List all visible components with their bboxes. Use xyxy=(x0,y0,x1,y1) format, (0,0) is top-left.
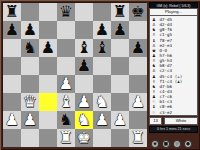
playing-status: Playing... xyxy=(149,8,198,16)
white-pawn: ♟ xyxy=(131,93,145,111)
white-knight: ♞ xyxy=(95,93,109,111)
square-f6[interactable]: ♝ xyxy=(93,39,111,57)
square-b2[interactable]: ♟ xyxy=(21,111,39,129)
stop-button[interactable]: ■ xyxy=(162,140,170,148)
black-rook: ♜ xyxy=(5,3,19,21)
square-e1[interactable]: ♚ xyxy=(75,129,93,147)
square-a1[interactable] xyxy=(3,129,21,147)
black-bishop: ♝ xyxy=(95,39,109,57)
white-rook: ♜ xyxy=(59,129,73,147)
square-a7[interactable]: ♟ xyxy=(3,21,21,39)
square-c8[interactable] xyxy=(39,3,57,21)
square-a5[interactable] xyxy=(3,57,21,75)
square-g3[interactable] xyxy=(111,93,129,111)
square-e5[interactable]: ♟ xyxy=(75,57,93,75)
square-h1[interactable]: ♜ xyxy=(129,129,147,147)
square-e2[interactable]: ♞ xyxy=(75,111,93,129)
chess-board[interactable]: ♜♛♜♚♟♟♟♟♞♟♝♝♟♟♟♛♝♟♞♟♟♟♞♞♟♟♜♚♜ xyxy=(2,2,146,146)
square-e6[interactable]: ♝ xyxy=(75,39,93,57)
white-pawn: ♟ xyxy=(59,75,73,93)
white-pawn: ♟ xyxy=(95,111,109,129)
square-b7[interactable]: ♟ xyxy=(21,21,39,39)
square-g1[interactable] xyxy=(111,129,129,147)
square-g8[interactable]: ♜ xyxy=(111,3,129,21)
square-a8[interactable]: ♜ xyxy=(3,3,21,21)
square-f4[interactable] xyxy=(93,75,111,93)
square-d5[interactable] xyxy=(57,57,75,75)
square-g7[interactable]: ♟ xyxy=(111,21,129,39)
move-list[interactable]: ♟ d7-d5♙ d2-d4♞ g8-f6♗ c1-g5♝ f8-e7♙ e2-… xyxy=(149,16,198,116)
square-c5[interactable] xyxy=(39,57,57,75)
square-c3[interactable] xyxy=(39,93,57,111)
square-f7[interactable]: ♟ xyxy=(93,21,111,39)
square-f2[interactable]: ♟ xyxy=(93,111,111,129)
square-d8[interactable]: ♛ xyxy=(57,3,75,21)
square-h6[interactable]: ♟ xyxy=(129,39,147,57)
square-b4[interactable] xyxy=(21,75,39,93)
side-to-move: White xyxy=(164,117,198,125)
black-queen: ♛ xyxy=(59,3,73,21)
square-e4[interactable] xyxy=(75,75,93,93)
square-h4[interactable] xyxy=(129,75,147,93)
square-h5[interactable] xyxy=(129,57,147,75)
black-pawn: ♟ xyxy=(77,57,91,75)
square-b5[interactable] xyxy=(21,57,39,75)
elapsed-time-bar: 0 hrs 1 mins 21 secs xyxy=(149,126,198,133)
square-c1[interactable] xyxy=(39,129,57,147)
chess-app-window: { "game": "chess", "position": "r2q2rk/p… xyxy=(0,0,200,150)
square-g5[interactable] xyxy=(111,57,129,75)
square-e8[interactable] xyxy=(75,3,93,21)
move-counter: 13 xyxy=(149,117,162,125)
square-f3[interactable]: ♞ xyxy=(93,93,111,111)
square-b1[interactable] xyxy=(21,129,39,147)
white-king: ♚ xyxy=(77,129,91,147)
square-g4[interactable] xyxy=(111,75,129,93)
square-a6[interactable] xyxy=(3,39,21,57)
black-pawn: ♟ xyxy=(5,21,19,39)
square-b8[interactable] xyxy=(21,3,39,21)
black-pawn: ♟ xyxy=(41,39,55,57)
square-d3[interactable]: ♝ xyxy=(57,93,75,111)
black-knight: ♞ xyxy=(23,39,37,57)
move-text: c3-e2 xyxy=(157,110,172,115)
square-h8[interactable]: ♚ xyxy=(129,3,147,21)
square-b6[interactable]: ♞ xyxy=(21,39,39,57)
square-c6[interactable]: ♟ xyxy=(39,39,57,57)
white-pawn: ♟ xyxy=(5,111,19,129)
square-f1[interactable] xyxy=(93,129,111,147)
square-h2[interactable] xyxy=(129,111,147,129)
white-pawn: ♟ xyxy=(77,93,91,111)
square-h3[interactable]: ♟ xyxy=(129,93,147,111)
transport-controls: ◉■◎● xyxy=(151,140,199,148)
white-pawn: ♟ xyxy=(113,111,127,129)
square-d4[interactable]: ♟ xyxy=(57,75,75,93)
square-g6[interactable] xyxy=(111,39,129,57)
square-d2[interactable]: ♞ xyxy=(57,111,75,129)
square-a2[interactable]: ♟ xyxy=(3,111,21,129)
move-entry-19[interactable]: ♘ c3-e2 xyxy=(152,110,197,115)
white-knight: ♞ xyxy=(77,111,91,129)
square-c7[interactable] xyxy=(39,21,57,39)
square-e7[interactable] xyxy=(75,21,93,39)
square-d7[interactable] xyxy=(57,21,75,39)
square-f5[interactable] xyxy=(93,57,111,75)
counter-row: 13 White xyxy=(149,117,198,125)
black-pawn: ♟ xyxy=(113,21,127,39)
square-f8[interactable] xyxy=(93,3,111,21)
record-button[interactable]: ◉ xyxy=(151,140,159,148)
square-c4[interactable] xyxy=(39,75,57,93)
black-rook: ♜ xyxy=(113,3,127,21)
square-d1[interactable]: ♜ xyxy=(57,129,75,147)
engine-panel: GM (s): Rebel ( 5/6.3) Playing... ♟ d7-d… xyxy=(149,2,198,133)
square-h7[interactable] xyxy=(129,21,147,39)
black-knight: ♞ xyxy=(59,111,73,129)
black-pawn: ♟ xyxy=(95,21,109,39)
square-d6[interactable] xyxy=(57,39,75,57)
square-a4[interactable] xyxy=(3,75,21,93)
pause-button[interactable]: ◎ xyxy=(173,140,181,148)
black-pawn: ♟ xyxy=(23,21,37,39)
white-queen: ♛ xyxy=(23,93,37,111)
square-c2[interactable] xyxy=(39,111,57,129)
play-button[interactable]: ● xyxy=(184,140,192,148)
black-bishop: ♝ xyxy=(77,39,91,57)
square-b3[interactable]: ♛ xyxy=(21,93,39,111)
square-e3[interactable]: ♟ xyxy=(75,93,93,111)
square-g2[interactable]: ♟ xyxy=(111,111,129,129)
black-pawn: ♟ xyxy=(131,39,145,57)
white-bishop: ♝ xyxy=(59,93,73,111)
square-a3[interactable] xyxy=(3,93,21,111)
white-rook: ♜ xyxy=(131,129,145,147)
white-pawn: ♟ xyxy=(23,111,37,129)
black-king: ♚ xyxy=(131,3,145,21)
